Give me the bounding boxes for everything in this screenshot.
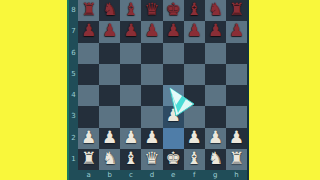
- piece-white-pawn[interactable]: ♟: [144, 129, 159, 146]
- piece-white-queen[interactable]: ♛: [144, 150, 159, 167]
- square-b5[interactable]: [99, 64, 120, 85]
- square-c3[interactable]: [120, 106, 141, 127]
- piece-white-rook[interactable]: ♜: [81, 150, 96, 167]
- piece-white-pawn[interactable]: ♟: [229, 129, 244, 146]
- square-b8[interactable]: ♞: [99, 0, 120, 21]
- board-squares[interactable]: ♜♞♝♛♚♝♞♜♟♟♟♟♟♟♟♟♟♟♟♟♟♟♟♟♜♞♝♛♚♝♞♜: [78, 0, 247, 170]
- square-f3[interactable]: [184, 106, 205, 127]
- piece-white-bishop[interactable]: ♝: [123, 150, 138, 167]
- square-c5[interactable]: [120, 64, 141, 85]
- square-e7[interactable]: ♟: [163, 21, 184, 42]
- square-d3[interactable]: [141, 106, 162, 127]
- file-label-a: a: [78, 170, 99, 180]
- square-h3[interactable]: [226, 106, 247, 127]
- square-d8[interactable]: ♛: [141, 0, 162, 21]
- square-h2[interactable]: ♟: [226, 128, 247, 149]
- chess-board[interactable]: 87654321 ♜♞♝♛♚♝♞♜♟♟♟♟♟♟♟♟♟♟♟♟♟♟♟♟♜♞♝♛♚♝♞…: [67, 0, 249, 180]
- piece-black-pawn[interactable]: ♟: [144, 22, 159, 39]
- square-g3[interactable]: [205, 106, 226, 127]
- square-h5[interactable]: [226, 64, 247, 85]
- square-a5[interactable]: [78, 64, 99, 85]
- piece-white-rook[interactable]: ♜: [229, 150, 244, 167]
- piece-black-knight[interactable]: ♞: [102, 1, 117, 18]
- file-labels: abcdefgh: [78, 170, 247, 180]
- file-label-b: b: [99, 170, 120, 180]
- square-f4[interactable]: [184, 85, 205, 106]
- rank-label-4: 4: [69, 85, 78, 106]
- square-f1[interactable]: ♝: [184, 149, 205, 170]
- square-g2[interactable]: ♟: [205, 128, 226, 149]
- square-a7[interactable]: ♟: [78, 21, 99, 42]
- square-g1[interactable]: ♞: [205, 149, 226, 170]
- rank-label-2: 2: [69, 128, 78, 149]
- square-h6[interactable]: [226, 43, 247, 64]
- file-label-d: d: [141, 170, 162, 180]
- piece-black-pawn[interactable]: ♟: [208, 22, 223, 39]
- piece-white-pawn[interactable]: ♟: [102, 129, 117, 146]
- piece-black-queen[interactable]: ♛: [144, 1, 159, 18]
- file-label-c: c: [120, 170, 141, 180]
- square-a4[interactable]: [78, 85, 99, 106]
- square-f8[interactable]: ♝: [184, 0, 205, 21]
- square-h1[interactable]: ♜: [226, 149, 247, 170]
- file-label-h: h: [226, 170, 247, 180]
- piece-black-pawn[interactable]: ♟: [102, 22, 117, 39]
- piece-white-pawn[interactable]: ♟: [81, 129, 96, 146]
- square-a2[interactable]: ♟: [78, 128, 99, 149]
- square-h7[interactable]: ♟: [226, 21, 247, 42]
- piece-black-rook[interactable]: ♜: [81, 1, 96, 18]
- piece-black-rook[interactable]: ♜: [229, 1, 244, 18]
- square-f6[interactable]: [184, 43, 205, 64]
- square-d7[interactable]: ♟: [141, 21, 162, 42]
- square-d2[interactable]: ♟: [141, 128, 162, 149]
- rank-label-5: 5: [69, 64, 78, 85]
- piece-white-pawn[interactable]: ♟: [165, 107, 180, 124]
- piece-white-pawn[interactable]: ♟: [187, 129, 202, 146]
- rank-label-6: 6: [69, 43, 78, 64]
- left-letterbox: [0, 0, 67, 180]
- square-d6[interactable]: [141, 43, 162, 64]
- piece-white-pawn[interactable]: ♟: [208, 129, 223, 146]
- app-screenshot: 87654321 ♜♞♝♛♚♝♞♜♟♟♟♟♟♟♟♟♟♟♟♟♟♟♟♟♜♞♝♛♚♝♞…: [0, 0, 320, 180]
- rank-label-8: 8: [69, 0, 78, 21]
- square-g4[interactable]: [205, 85, 226, 106]
- square-e1[interactable]: ♚: [163, 149, 184, 170]
- square-g8[interactable]: ♞: [205, 0, 226, 21]
- square-e5[interactable]: [163, 64, 184, 85]
- square-g7[interactable]: ♟: [205, 21, 226, 42]
- piece-black-bishop[interactable]: ♝: [187, 1, 202, 18]
- square-b7[interactable]: ♟: [99, 21, 120, 42]
- piece-white-king[interactable]: ♚: [165, 150, 180, 167]
- square-h8[interactable]: ♜: [226, 0, 247, 21]
- square-c6[interactable]: [120, 43, 141, 64]
- file-label-f: f: [184, 170, 205, 180]
- piece-white-knight[interactable]: ♞: [208, 150, 223, 167]
- square-d4[interactable]: [141, 85, 162, 106]
- square-c7[interactable]: ♟: [120, 21, 141, 42]
- square-e2[interactable]: [163, 128, 184, 149]
- piece-black-pawn[interactable]: ♟: [123, 22, 138, 39]
- piece-black-pawn[interactable]: ♟: [81, 22, 96, 39]
- square-f7[interactable]: ♟: [184, 21, 205, 42]
- square-b2[interactable]: ♟: [99, 128, 120, 149]
- piece-black-knight[interactable]: ♞: [208, 1, 223, 18]
- piece-black-bishop[interactable]: ♝: [123, 1, 138, 18]
- square-h4[interactable]: [226, 85, 247, 106]
- rank-labels: 87654321: [69, 0, 78, 170]
- file-label-e: e: [163, 170, 184, 180]
- square-d5[interactable]: [141, 64, 162, 85]
- file-labels-bar: abcdefgh: [69, 170, 247, 180]
- square-d1[interactable]: ♛: [141, 149, 162, 170]
- piece-black-king[interactable]: ♚: [165, 1, 180, 18]
- piece-white-pawn[interactable]: ♟: [123, 129, 138, 146]
- square-a1[interactable]: ♜: [78, 149, 99, 170]
- square-a3[interactable]: [78, 106, 99, 127]
- piece-white-knight[interactable]: ♞: [102, 150, 117, 167]
- square-a8[interactable]: ♜: [78, 0, 99, 21]
- rank-label-7: 7: [69, 21, 78, 42]
- square-c8[interactable]: ♝: [120, 0, 141, 21]
- square-c4[interactable]: [120, 85, 141, 106]
- square-f5[interactable]: [184, 64, 205, 85]
- piece-black-pawn[interactable]: ♟: [187, 22, 202, 39]
- square-b6[interactable]: [99, 43, 120, 64]
- square-e8[interactable]: ♚: [163, 0, 184, 21]
- rank-label-3: 3: [69, 106, 78, 127]
- piece-black-pawn[interactable]: ♟: [165, 22, 180, 39]
- piece-black-pawn[interactable]: ♟: [229, 22, 244, 39]
- file-label-g: g: [205, 170, 226, 180]
- square-b1[interactable]: ♞: [99, 149, 120, 170]
- square-b4[interactable]: [99, 85, 120, 106]
- rank-label-1: 1: [69, 149, 78, 170]
- square-e6[interactable]: [163, 43, 184, 64]
- square-c2[interactable]: ♟: [120, 128, 141, 149]
- square-g5[interactable]: [205, 64, 226, 85]
- square-f2[interactable]: ♟: [184, 128, 205, 149]
- square-e4[interactable]: [163, 85, 184, 106]
- square-g6[interactable]: [205, 43, 226, 64]
- right-letterbox: [249, 0, 320, 180]
- piece-white-bishop[interactable]: ♝: [187, 150, 202, 167]
- square-a6[interactable]: [78, 43, 99, 64]
- square-b3[interactable]: [99, 106, 120, 127]
- square-e3[interactable]: ♟: [163, 106, 184, 127]
- square-c1[interactable]: ♝: [120, 149, 141, 170]
